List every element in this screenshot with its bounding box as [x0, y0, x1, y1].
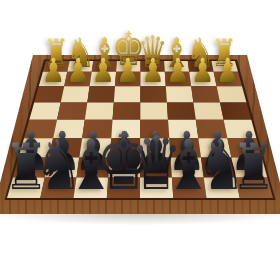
chess-piece-glyph: ♟ — [166, 54, 189, 86]
white-pawn[interactable]: ♟ — [42, 61, 65, 84]
chess-piece-glyph: ♜ — [232, 138, 277, 198]
white-pawn[interactable]: ♟ — [91, 61, 114, 84]
black-rook[interactable]: ♜ — [232, 151, 277, 196]
white-pawn[interactable]: ♟ — [116, 61, 139, 84]
white-pawn[interactable]: ♟ — [191, 61, 214, 84]
chess-piece-glyph: ♟ — [116, 54, 139, 86]
white-pawn[interactable]: ♟ — [67, 61, 90, 84]
chess-piece-glyph: ♟ — [216, 54, 239, 86]
white-pawn[interactable]: ♟ — [216, 61, 239, 84]
chess-piece-glyph: ♟ — [91, 54, 114, 86]
chess-piece-glyph: ♟ — [42, 54, 65, 86]
chess-piece-glyph: ♟ — [67, 54, 90, 86]
chess-piece-glyph: ♟ — [191, 54, 214, 86]
chess-piece-glyph: ♟ — [141, 54, 164, 86]
white-pawn[interactable]: ♟ — [166, 61, 189, 84]
white-pawn[interactable]: ♟ — [141, 61, 164, 84]
chessboard-photo: ♜♞♝♚♛♝♞♜♟♟♟♟♟♟♟♟♟♟♟♟♟♟♟♟♜♞♝♚♛♝♞♜ — [0, 0, 280, 280]
